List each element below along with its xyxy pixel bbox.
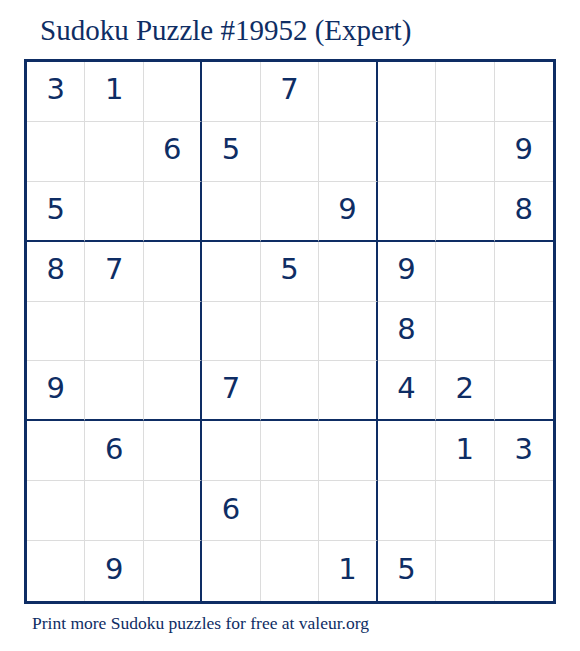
cell-r9c2: 9: [85, 541, 143, 601]
cell-r9c4: [202, 541, 260, 601]
cell-r7c8: 1: [436, 421, 494, 481]
cell-r4c1: 8: [27, 242, 85, 302]
cell-r9c1: [27, 541, 85, 601]
cell-r6c8: 2: [436, 361, 494, 421]
cell-r3c2: [85, 182, 143, 242]
cell-r5c5: [261, 302, 319, 362]
cell-r7c5: [261, 421, 319, 481]
cell-r3c3: [144, 182, 202, 242]
cell-r5c3: [144, 302, 202, 362]
cell-r4c5: 5: [261, 242, 319, 302]
cell-r5c7: 8: [378, 302, 436, 362]
cell-r7c9: 3: [495, 421, 553, 481]
cell-r8c2: [85, 481, 143, 541]
cell-r6c7: 4: [378, 361, 436, 421]
cell-r6c2: [85, 361, 143, 421]
cell-r3c7: [378, 182, 436, 242]
cell-r9c3: [144, 541, 202, 601]
cell-r3c9: 8: [495, 182, 553, 242]
cell-r2c4: 5: [202, 122, 260, 182]
cell-r7c6: [319, 421, 377, 481]
cell-r7c3: [144, 421, 202, 481]
cell-r4c3: [144, 242, 202, 302]
cell-r2c6: [319, 122, 377, 182]
cell-r9c9: [495, 541, 553, 601]
cell-r1c6: [319, 62, 377, 122]
cell-r1c3: [144, 62, 202, 122]
cell-r4c6: [319, 242, 377, 302]
cell-r8c5: [261, 481, 319, 541]
cell-r6c6: [319, 361, 377, 421]
cell-r2c2: [85, 122, 143, 182]
page-title: Sudoku Puzzle #19952 (Expert): [40, 14, 411, 47]
cell-r1c7: [378, 62, 436, 122]
cell-r1c4: [202, 62, 260, 122]
cell-r7c4: [202, 421, 260, 481]
cell-r5c4: [202, 302, 260, 362]
cell-r5c6: [319, 302, 377, 362]
cell-r2c5: [261, 122, 319, 182]
cell-r1c8: [436, 62, 494, 122]
cell-r8c9: [495, 481, 553, 541]
cell-r2c8: [436, 122, 494, 182]
sudoku-board: 3176595988759897426136915: [24, 59, 556, 604]
cell-r9c6: 1: [319, 541, 377, 601]
cell-r8c7: [378, 481, 436, 541]
cell-r9c8: [436, 541, 494, 601]
cell-r6c3: [144, 361, 202, 421]
cell-r4c8: [436, 242, 494, 302]
cell-r1c9: [495, 62, 553, 122]
cell-r7c2: 6: [85, 421, 143, 481]
cell-r3c1: 5: [27, 182, 85, 242]
cell-r4c9: [495, 242, 553, 302]
cell-r4c7: 9: [378, 242, 436, 302]
cell-r5c9: [495, 302, 553, 362]
cell-r8c3: [144, 481, 202, 541]
cell-r2c1: [27, 122, 85, 182]
cell-r4c4: [202, 242, 260, 302]
cell-r1c2: 1: [85, 62, 143, 122]
cell-r4c2: 7: [85, 242, 143, 302]
cell-r7c1: [27, 421, 85, 481]
cell-r8c4: 6: [202, 481, 260, 541]
cell-r5c8: [436, 302, 494, 362]
cell-r2c9: 9: [495, 122, 553, 182]
cell-r8c6: [319, 481, 377, 541]
cell-r9c7: 5: [378, 541, 436, 601]
cell-r6c9: [495, 361, 553, 421]
cell-r5c2: [85, 302, 143, 362]
cell-r9c5: [261, 541, 319, 601]
cell-r6c1: 9: [27, 361, 85, 421]
cell-r1c5: 7: [261, 62, 319, 122]
cell-r5c1: [27, 302, 85, 362]
cell-r8c1: [27, 481, 85, 541]
cell-r1c1: 3: [27, 62, 85, 122]
cell-r2c3: 6: [144, 122, 202, 182]
cell-r6c4: 7: [202, 361, 260, 421]
cell-r2c7: [378, 122, 436, 182]
cell-r7c7: [378, 421, 436, 481]
cell-r6c5: [261, 361, 319, 421]
cell-r3c6: 9: [319, 182, 377, 242]
cell-r3c4: [202, 182, 260, 242]
page: Sudoku Puzzle #19952 (Expert) 3176595988…: [0, 0, 580, 651]
cell-r3c5: [261, 182, 319, 242]
cell-r3c8: [436, 182, 494, 242]
footer-text: Print more Sudoku puzzles for free at va…: [32, 613, 369, 634]
cell-r8c8: [436, 481, 494, 541]
